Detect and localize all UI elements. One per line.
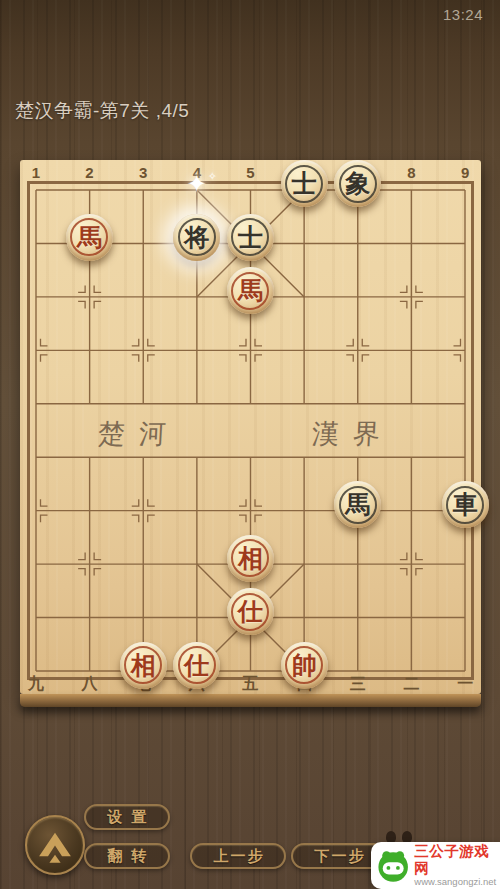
black-piece-象[interactable]: 象: [334, 160, 381, 207]
piece-glyph: 相: [238, 535, 263, 582]
level-title: 楚汉争霸-第7关 ,4/5: [15, 98, 189, 124]
flip-board-button[interactable]: 翻转: [84, 843, 170, 869]
piece-glyph: 帥: [292, 642, 317, 689]
black-piece-士[interactable]: 士: [281, 160, 328, 207]
piece-glyph: 車: [453, 481, 478, 528]
black-piece-将[interactable]: 将: [173, 214, 220, 261]
piece-glyph: 馬: [238, 267, 263, 314]
watermark-badge: 三公子游戏网 www.sangongzi.net: [371, 842, 500, 889]
red-piece-相[interactable]: 相: [227, 535, 274, 582]
piece-glyph: 士: [292, 160, 317, 207]
piece-glyph: 将: [184, 214, 209, 261]
app-screen: 13:24 楚汉争霸-第7关 ,4/5 123456789 九八七六五四三二一 …: [0, 0, 500, 889]
xiangqi-board[interactable]: 士象馬将士馬馬車相仕相仕帥: [9, 163, 492, 698]
piece-glyph: 仕: [184, 642, 209, 689]
red-piece-帥[interactable]: 帥: [281, 642, 328, 689]
chevron-up-icon: [27, 817, 83, 873]
piece-glyph: 象: [345, 160, 370, 207]
black-piece-士[interactable]: 士: [227, 214, 274, 261]
settings-button[interactable]: 设置: [84, 804, 170, 830]
status-bar-time: 13:24: [443, 6, 483, 23]
red-piece-馬[interactable]: 馬: [66, 214, 113, 261]
piece-glyph: 馬: [345, 481, 370, 528]
piece-glyph: 馬: [77, 214, 102, 261]
black-piece-車[interactable]: 車: [442, 481, 489, 528]
site-url: www.sangongzi.net: [414, 877, 500, 888]
piece-glyph: 士: [238, 214, 263, 261]
previous-move-button[interactable]: 上一步: [190, 843, 286, 869]
black-piece-馬[interactable]: 馬: [334, 481, 381, 528]
piece-glyph: 相: [131, 642, 156, 689]
red-piece-仕[interactable]: 仕: [227, 588, 274, 635]
red-piece-仕[interactable]: 仕: [173, 642, 220, 689]
piece-glyph: 仕: [238, 588, 263, 635]
red-piece-相[interactable]: 相: [120, 642, 167, 689]
site-logo-icon: [377, 849, 409, 883]
site-name: 三公子游戏网: [414, 843, 500, 876]
expand-toolbar-button[interactable]: [25, 815, 85, 875]
red-piece-馬[interactable]: 馬: [227, 267, 274, 314]
